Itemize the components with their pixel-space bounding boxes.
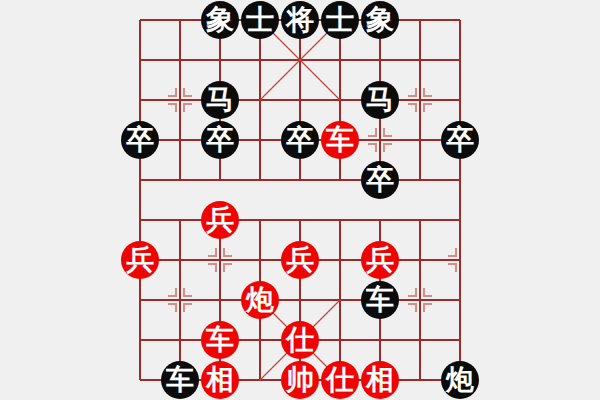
board-point: 相 <box>200 360 240 400</box>
board-point: 卒 <box>440 120 480 160</box>
board-point: 仕 <box>320 360 360 400</box>
piece-red-general[interactable]: 帅 <box>281 361 319 399</box>
xiangqi-app: 象士将士象马马卒卒卒车卒卒兵兵兵兵炮车车仕车相帅仕相炮 <box>0 0 600 400</box>
board-point: 兵 <box>360 240 400 280</box>
board-point: 帅 <box>280 360 320 400</box>
board-point: 炮 <box>240 280 280 320</box>
piece-black-elephant[interactable]: 象 <box>201 1 239 39</box>
piece-red-soldier[interactable]: 兵 <box>281 241 319 279</box>
board-point: 卒 <box>360 160 400 200</box>
piece-black-horse[interactable]: 马 <box>361 81 399 119</box>
piece-black-soldier[interactable]: 卒 <box>201 121 239 159</box>
piece-red-elephant[interactable]: 相 <box>361 361 399 399</box>
piece-red-chariot[interactable]: 车 <box>201 321 239 359</box>
piece-black-general[interactable]: 将 <box>281 1 319 39</box>
piece-red-elephant[interactable]: 相 <box>201 361 239 399</box>
piece-red-chariot[interactable]: 车 <box>321 121 359 159</box>
board-point: 仕 <box>280 320 320 360</box>
piece-red-soldier[interactable]: 兵 <box>361 241 399 279</box>
board-point: 士 <box>320 0 360 40</box>
board-point: 卒 <box>200 120 240 160</box>
board-point: 兵 <box>120 240 160 280</box>
piece-black-soldier[interactable]: 卒 <box>441 121 479 159</box>
board-point: 炮 <box>440 360 480 400</box>
piece-red-advisor[interactable]: 仕 <box>321 361 359 399</box>
board-point: 马 <box>360 80 400 120</box>
board-point: 车 <box>160 360 200 400</box>
piece-black-chariot[interactable]: 车 <box>361 281 399 319</box>
board-point: 车 <box>320 120 360 160</box>
board-point: 兵 <box>280 240 320 280</box>
piece-black-horse[interactable]: 马 <box>201 81 239 119</box>
piece-black-chariot[interactable]: 车 <box>161 361 199 399</box>
piece-black-soldier[interactable]: 卒 <box>121 121 159 159</box>
piece-black-elephant[interactable]: 象 <box>361 1 399 39</box>
board-point: 车 <box>360 280 400 320</box>
piece-red-soldier[interactable]: 兵 <box>201 201 239 239</box>
board-point: 兵 <box>200 200 240 240</box>
piece-red-soldier[interactable]: 兵 <box>121 241 159 279</box>
piece-red-advisor[interactable]: 仕 <box>281 321 319 359</box>
board-point: 将 <box>280 0 320 40</box>
piece-black-cannon[interactable]: 炮 <box>441 361 479 399</box>
xiangqi-board: 象士将士象马马卒卒卒车卒卒兵兵兵兵炮车车仕车相帅仕相炮 <box>120 0 480 400</box>
board-point: 士 <box>240 0 280 40</box>
board-point: 象 <box>200 0 240 40</box>
board-point: 马 <box>200 80 240 120</box>
board-point: 卒 <box>120 120 160 160</box>
board-point: 象 <box>360 0 400 40</box>
board-point: 车 <box>200 320 240 360</box>
board-point: 相 <box>360 360 400 400</box>
piece-red-cannon[interactable]: 炮 <box>241 281 279 319</box>
piece-black-advisor[interactable]: 士 <box>241 1 279 39</box>
piece-black-soldier[interactable]: 卒 <box>281 121 319 159</box>
board-grid[interactable]: 象士将士象马马卒卒卒车卒卒兵兵兵兵炮车车仕车相帅仕相炮 <box>120 0 480 400</box>
piece-black-soldier[interactable]: 卒 <box>361 161 399 199</box>
piece-black-advisor[interactable]: 士 <box>321 1 359 39</box>
board-point: 卒 <box>280 120 320 160</box>
